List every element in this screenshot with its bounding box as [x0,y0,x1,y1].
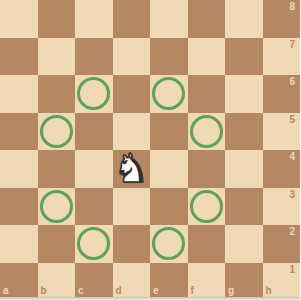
square-a2[interactable] [0,225,38,263]
rank-label-1: 1 [289,265,295,275]
square-e5[interactable] [150,113,188,151]
rank-label-7: 7 [289,40,295,50]
move-dest-circle-e2[interactable] [152,227,185,260]
square-h2[interactable]: 2 [263,225,301,263]
file-label-a: a [3,286,9,296]
square-f5[interactable] [188,113,226,151]
square-e4[interactable] [150,150,188,188]
square-h6[interactable]: 6 [263,75,301,113]
square-e6[interactable] [150,75,188,113]
square-g3[interactable] [225,188,263,226]
square-c7[interactable] [75,38,113,76]
square-a7[interactable] [0,38,38,76]
square-a6[interactable] [0,75,38,113]
square-d3[interactable] [113,188,151,226]
square-g5[interactable] [225,113,263,151]
square-f8[interactable] [188,0,226,38]
square-b3[interactable] [38,188,76,226]
square-a3[interactable] [0,188,38,226]
square-b8[interactable] [38,0,76,38]
square-a4[interactable] [0,150,38,188]
square-g8[interactable] [225,0,263,38]
board-page: 8765♞432abcdefg1h [0,0,300,300]
square-b2[interactable] [38,225,76,263]
square-h4[interactable]: 4 [263,150,301,188]
rank-label-8: 8 [289,2,295,12]
square-e7[interactable] [150,38,188,76]
square-g6[interactable] [225,75,263,113]
square-h3[interactable]: 3 [263,188,301,226]
square-d8[interactable] [113,0,151,38]
square-g4[interactable] [225,150,263,188]
rank-label-6: 6 [289,77,295,87]
square-e1[interactable]: e [150,263,188,300]
square-b7[interactable] [38,38,76,76]
rank-label-3: 3 [289,190,295,200]
square-g1[interactable]: g [225,263,263,300]
square-c3[interactable] [75,188,113,226]
file-label-g: g [228,286,234,296]
move-dest-circle-b3[interactable] [40,190,73,223]
square-c8[interactable] [75,0,113,38]
square-g2[interactable] [225,225,263,263]
square-f2[interactable] [188,225,226,263]
square-h5[interactable]: 5 [263,113,301,151]
square-d1[interactable]: d [113,263,151,300]
square-d6[interactable] [113,75,151,113]
rank-label-5: 5 [289,115,295,125]
square-h7[interactable]: 7 [263,38,301,76]
square-f1[interactable]: f [188,263,226,300]
file-label-b: b [41,286,47,296]
file-label-f: f [191,286,194,296]
square-e2[interactable] [150,225,188,263]
file-label-h: h [266,286,272,296]
square-d7[interactable] [113,38,151,76]
square-a5[interactable] [0,113,38,151]
square-a8[interactable] [0,0,38,38]
square-h8[interactable]: 8 [263,0,301,38]
move-dest-circle-b5[interactable] [40,115,73,148]
square-c6[interactable] [75,75,113,113]
file-label-c: c [78,286,84,296]
file-label-e: e [153,286,159,296]
square-g7[interactable] [225,38,263,76]
square-a1[interactable]: a [0,263,38,300]
file-label-d: d [116,286,122,296]
square-h1[interactable]: 1h [263,263,301,300]
move-dest-circle-f5[interactable] [190,115,223,148]
square-b5[interactable] [38,113,76,151]
square-e3[interactable] [150,188,188,226]
square-b6[interactable] [38,75,76,113]
move-dest-circle-f3[interactable] [190,190,223,223]
square-f6[interactable] [188,75,226,113]
move-dest-circle-c6[interactable] [77,77,110,110]
square-c1[interactable]: c [75,263,113,300]
rank-label-4: 4 [289,152,295,162]
move-dest-circle-e6[interactable] [152,77,185,110]
square-b4[interactable] [38,150,76,188]
white-knight[interactable]: ♞ [113,150,149,188]
square-f3[interactable] [188,188,226,226]
chess-board: 8765♞432abcdefg1h [0,0,300,300]
square-f7[interactable] [188,38,226,76]
square-d2[interactable] [113,225,151,263]
square-f4[interactable] [188,150,226,188]
move-dest-circle-c2[interactable] [77,227,110,260]
square-c4[interactable] [75,150,113,188]
square-d4[interactable]: ♞ [113,150,151,188]
rank-label-2: 2 [289,227,295,237]
square-b1[interactable]: b [38,263,76,300]
square-c2[interactable] [75,225,113,263]
square-e8[interactable] [150,0,188,38]
square-c5[interactable] [75,113,113,151]
